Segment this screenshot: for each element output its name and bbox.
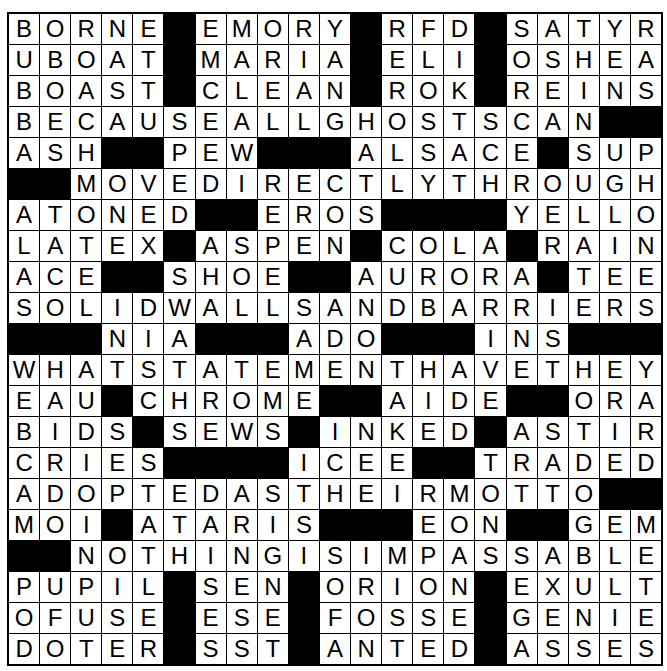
letter-cell-r20-c1[interactable]: O (9, 603, 39, 633)
letter-cell-r7-c21[interactable]: O (631, 200, 661, 230)
letter-cell-r3-c1[interactable]: B (9, 76, 39, 106)
letter-cell-r19-c14[interactable]: O (413, 572, 443, 602)
letter-cell-r1-c1[interactable]: B (9, 14, 39, 44)
letter-cell-r10-c7[interactable]: A (196, 293, 226, 323)
letter-cell-r12-c9[interactable]: E (258, 355, 288, 385)
letter-cell-r15-c5[interactable]: S (133, 448, 163, 478)
letter-cell-r19-c21[interactable]: T (631, 572, 661, 602)
letter-cell-r1-c19[interactable]: T (569, 14, 599, 44)
letter-cell-r8-c9[interactable]: P (258, 231, 288, 261)
letter-cell-r2-c8[interactable]: A (227, 45, 257, 75)
letter-cell-r6-c8[interactable]: I (227, 169, 257, 199)
letter-cell-r3-c20[interactable]: N (600, 76, 630, 106)
letter-cell-r21-c18[interactable]: S (538, 634, 568, 664)
letter-cell-r14-c17[interactable]: A (507, 417, 537, 447)
letter-cell-r19-c8[interactable]: E (227, 572, 257, 602)
letter-cell-r4-c1[interactable]: B (9, 107, 39, 137)
letter-cell-r11-c18[interactable]: S (538, 324, 568, 354)
letter-cell-r1-c11[interactable]: Y (320, 14, 350, 44)
letter-cell-r6-c10[interactable]: E (289, 169, 319, 199)
letter-cell-r13-c19[interactable]: O (569, 386, 599, 416)
letter-cell-r5-c20[interactable]: U (600, 138, 630, 168)
letter-cell-r8-c1[interactable]: L (9, 231, 39, 261)
letter-cell-r2-c21[interactable]: A (631, 45, 661, 75)
letter-cell-r10-c1[interactable]: S (9, 293, 39, 323)
letter-cell-r15-c13[interactable]: E (382, 448, 412, 478)
letter-cell-r9-c17[interactable]: A (507, 262, 537, 292)
letter-cell-r1-c17[interactable]: S (507, 14, 537, 44)
letter-cell-r4-c10[interactable]: L (289, 107, 319, 137)
letter-cell-r5-c13[interactable]: L (382, 138, 412, 168)
letter-cell-r11-c17[interactable]: N (507, 324, 537, 354)
letter-cell-r5-c2[interactable]: S (40, 138, 70, 168)
letter-cell-r4-c14[interactable]: S (413, 107, 443, 137)
letter-cell-r21-c14[interactable]: E (413, 634, 443, 664)
letter-cell-r11-c4[interactable]: N (102, 324, 132, 354)
letter-cell-r2-c14[interactable]: L (413, 45, 443, 75)
letter-cell-r7-c10[interactable]: R (289, 200, 319, 230)
letter-cell-r15-c12[interactable]: E (351, 448, 381, 478)
letter-cell-r3-c19[interactable]: I (569, 76, 599, 106)
letter-cell-r14-c15[interactable]: D (444, 417, 474, 447)
letter-cell-r19-c12[interactable]: R (351, 572, 381, 602)
letter-cell-r13-c15[interactable]: D (444, 386, 474, 416)
letter-cell-r14-c2[interactable]: I (40, 417, 70, 447)
letter-cell-r11-c12[interactable]: O (351, 324, 381, 354)
letter-cell-r18-c20[interactable]: L (600, 541, 630, 571)
letter-cell-r9-c8[interactable]: O (227, 262, 257, 292)
letter-cell-r13-c7[interactable]: R (196, 386, 226, 416)
letter-cell-r20-c11[interactable]: F (320, 603, 350, 633)
letter-cell-r21-c4[interactable]: E (102, 634, 132, 664)
letter-cell-r18-c14[interactable]: P (413, 541, 443, 571)
letter-cell-r18-c15[interactable]: A (444, 541, 474, 571)
letter-cell-r6-c20[interactable]: G (600, 169, 630, 199)
letter-cell-r16-c4[interactable]: P (102, 479, 132, 509)
letter-cell-r2-c20[interactable]: E (600, 45, 630, 75)
letter-cell-r3-c2[interactable]: O (40, 76, 70, 106)
letter-cell-r5-c15[interactable]: A (444, 138, 474, 168)
letter-cell-r3-c3[interactable]: A (71, 76, 101, 106)
letter-cell-r13-c2[interactable]: A (40, 386, 70, 416)
letter-cell-r20-c2[interactable]: F (40, 603, 70, 633)
letter-cell-r1-c13[interactable]: R (382, 14, 412, 44)
letter-cell-r15-c19[interactable]: D (569, 448, 599, 478)
letter-cell-r12-c21[interactable]: Y (631, 355, 661, 385)
letter-cell-r1-c7[interactable]: E (196, 14, 226, 44)
letter-cell-r21-c7[interactable]: S (196, 634, 226, 664)
letter-cell-r20-c14[interactable]: S (413, 603, 443, 633)
letter-cell-r5-c19[interactable]: S (569, 138, 599, 168)
letter-cell-r16-c8[interactable]: A (227, 479, 257, 509)
letter-cell-r8-c19[interactable]: A (569, 231, 599, 261)
letter-cell-r17-c6[interactable]: T (164, 510, 194, 540)
letter-cell-r14-c19[interactable]: T (569, 417, 599, 447)
letter-cell-r10-c8[interactable]: L (227, 293, 257, 323)
letter-cell-r16-c14[interactable]: R (413, 479, 443, 509)
letter-cell-r4-c13[interactable]: O (382, 107, 412, 137)
letter-cell-r20-c8[interactable]: S (227, 603, 257, 633)
letter-cell-r15-c2[interactable]: R (40, 448, 70, 478)
letter-cell-r12-c14[interactable]: H (413, 355, 443, 385)
letter-cell-r7-c5[interactable]: E (133, 200, 163, 230)
letter-cell-r6-c3[interactable]: M (71, 169, 101, 199)
letter-cell-r19-c9[interactable]: N (258, 572, 288, 602)
letter-cell-r7-c3[interactable]: O (71, 200, 101, 230)
letter-cell-r17-c21[interactable]: M (631, 510, 661, 540)
letter-cell-r9-c19[interactable]: T (569, 262, 599, 292)
letter-cell-r4-c7[interactable]: E (196, 107, 226, 137)
letter-cell-r10-c3[interactable]: L (71, 293, 101, 323)
letter-cell-r12-c3[interactable]: A (71, 355, 101, 385)
letter-cell-r7-c11[interactable]: O (320, 200, 350, 230)
letter-cell-r8-c18[interactable]: R (538, 231, 568, 261)
letter-cell-r8-c2[interactable]: A (40, 231, 70, 261)
letter-cell-r7-c6[interactable]: D (164, 200, 194, 230)
letter-cell-r18-c11[interactable]: S (320, 541, 350, 571)
letter-cell-r3-c9[interactable]: E (258, 76, 288, 106)
letter-cell-r18-c16[interactable]: S (475, 541, 505, 571)
letter-cell-r20-c13[interactable]: S (382, 603, 412, 633)
letter-cell-r8-c16[interactable]: A (475, 231, 505, 261)
letter-cell-r13-c14[interactable]: I (413, 386, 443, 416)
letter-cell-r17-c3[interactable]: I (71, 510, 101, 540)
letter-cell-r16-c16[interactable]: O (475, 479, 505, 509)
letter-cell-r13-c21[interactable]: A (631, 386, 661, 416)
letter-cell-r21-c17[interactable]: A (507, 634, 537, 664)
letter-cell-r14-c9[interactable]: S (258, 417, 288, 447)
letter-cell-r2-c5[interactable]: T (133, 45, 163, 75)
letter-cell-r4-c8[interactable]: A (227, 107, 257, 137)
letter-cell-r1-c4[interactable]: N (102, 14, 132, 44)
letter-cell-r7-c20[interactable]: L (600, 200, 630, 230)
letter-cell-r16-c17[interactable]: T (507, 479, 537, 509)
letter-cell-r16-c5[interactable]: T (133, 479, 163, 509)
letter-cell-r8-c14[interactable]: O (413, 231, 443, 261)
letter-cell-r5-c16[interactable]: C (475, 138, 505, 168)
letter-cell-r1-c10[interactable]: R (289, 14, 319, 44)
letter-cell-r8-c7[interactable]: A (196, 231, 226, 261)
letter-cell-r13-c20[interactable]: R (600, 386, 630, 416)
letter-cell-r17-c9[interactable]: I (258, 510, 288, 540)
letter-cell-r21-c21[interactable]: S (631, 634, 661, 664)
letter-cell-r6-c11[interactable]: C (320, 169, 350, 199)
letter-cell-r9-c12[interactable]: A (351, 262, 381, 292)
letter-cell-r19-c1[interactable]: P (9, 572, 39, 602)
letter-cell-r4-c3[interactable]: C (71, 107, 101, 137)
letter-cell-r20-c18[interactable]: E (538, 603, 568, 633)
letter-cell-r16-c6[interactable]: E (164, 479, 194, 509)
letter-cell-r3-c4[interactable]: S (102, 76, 132, 106)
letter-cell-r7-c4[interactable]: N (102, 200, 132, 230)
letter-cell-r3-c17[interactable]: R (507, 76, 537, 106)
letter-cell-r7-c1[interactable]: A (9, 200, 39, 230)
letter-cell-r3-c18[interactable]: E (538, 76, 568, 106)
letter-cell-r5-c3[interactable]: H (71, 138, 101, 168)
letter-cell-r9-c16[interactable]: R (475, 262, 505, 292)
letter-cell-r20-c3[interactable]: U (71, 603, 101, 633)
letter-cell-r12-c11[interactable]: E (320, 355, 350, 385)
letter-cell-r12-c15[interactable]: A (444, 355, 474, 385)
letter-cell-r20-c17[interactable]: G (507, 603, 537, 633)
letter-cell-r8-c20[interactable]: I (600, 231, 630, 261)
letter-cell-r10-c11[interactable]: A (320, 293, 350, 323)
letter-cell-r17-c1[interactable]: M (9, 510, 39, 540)
letter-cell-r3-c5[interactable]: T (133, 76, 163, 106)
letter-cell-r17-c16[interactable]: N (475, 510, 505, 540)
letter-cell-r8-c13[interactable]: C (382, 231, 412, 261)
letter-cell-r16-c2[interactable]: D (40, 479, 70, 509)
letter-cell-r19-c4[interactable]: I (102, 572, 132, 602)
letter-cell-r18-c18[interactable]: A (538, 541, 568, 571)
letter-cell-r4-c15[interactable]: T (444, 107, 474, 137)
letter-cell-r19-c17[interactable]: E (507, 572, 537, 602)
letter-cell-r20-c21[interactable]: E (631, 603, 661, 633)
letter-cell-r19-c3[interactable]: P (71, 572, 101, 602)
letter-cell-r6-c15[interactable]: T (444, 169, 474, 199)
letter-cell-r12-c17[interactable]: E (507, 355, 537, 385)
letter-cell-r6-c17[interactable]: R (507, 169, 537, 199)
letter-cell-r9-c15[interactable]: O (444, 262, 474, 292)
letter-cell-r5-c12[interactable]: A (351, 138, 381, 168)
letter-cell-r8-c21[interactable]: N (631, 231, 661, 261)
letter-cell-r18-c7[interactable]: I (196, 541, 226, 571)
letter-cell-r5-c6[interactable]: P (164, 138, 194, 168)
letter-cell-r4-c4[interactable]: A (102, 107, 132, 137)
letter-cell-r10-c9[interactable]: L (258, 293, 288, 323)
letter-cell-r19-c7[interactable]: S (196, 572, 226, 602)
letter-cell-r6-c18[interactable]: O (538, 169, 568, 199)
letter-cell-r3-c8[interactable]: L (227, 76, 257, 106)
letter-cell-r15-c1[interactable]: C (9, 448, 39, 478)
letter-cell-r16-c11[interactable]: H (320, 479, 350, 509)
letter-cell-r18-c9[interactable]: G (258, 541, 288, 571)
letter-cell-r9-c7[interactable]: H (196, 262, 226, 292)
letter-cell-r10-c6[interactable]: W (164, 293, 194, 323)
letter-cell-r10-c20[interactable]: R (600, 293, 630, 323)
letter-cell-r14-c8[interactable]: W (227, 417, 257, 447)
letter-cell-r7-c2[interactable]: T (40, 200, 70, 230)
letter-cell-r13-c3[interactable]: U (71, 386, 101, 416)
letter-cell-r16-c15[interactable]: M (444, 479, 474, 509)
letter-cell-r9-c20[interactable]: E (600, 262, 630, 292)
letter-cell-r21-c19[interactable]: S (569, 634, 599, 664)
letter-cell-r17-c5[interactable]: A (133, 510, 163, 540)
letter-cell-r2-c13[interactable]: E (382, 45, 412, 75)
letter-cell-r12-c18[interactable]: T (538, 355, 568, 385)
letter-cell-r11-c5[interactable]: I (133, 324, 163, 354)
letter-cell-r4-c18[interactable]: A (538, 107, 568, 137)
letter-cell-r8-c4[interactable]: E (102, 231, 132, 261)
letter-cell-r20-c12[interactable]: O (351, 603, 381, 633)
letter-cell-r7-c18[interactable]: E (538, 200, 568, 230)
letter-cell-r10-c13[interactable]: D (382, 293, 412, 323)
letter-cell-r11-c10[interactable]: A (289, 324, 319, 354)
letter-cell-r9-c21[interactable]: E (631, 262, 661, 292)
letter-cell-r3-c15[interactable]: K (444, 76, 474, 106)
letter-cell-r7-c19[interactable]: L (569, 200, 599, 230)
letter-cell-r21-c8[interactable]: S (227, 634, 257, 664)
letter-cell-r19-c15[interactable]: N (444, 572, 474, 602)
letter-cell-r21-c15[interactable]: D (444, 634, 474, 664)
letter-cell-r5-c17[interactable]: E (507, 138, 537, 168)
letter-cell-r12-c20[interactable]: E (600, 355, 630, 385)
letter-cell-r10-c16[interactable]: R (475, 293, 505, 323)
letter-cell-r18-c4[interactable]: O (102, 541, 132, 571)
letter-cell-r14-c11[interactable]: I (320, 417, 350, 447)
letter-cell-r7-c9[interactable]: E (258, 200, 288, 230)
letter-cell-r6-c16[interactable]: H (475, 169, 505, 199)
letter-cell-r21-c20[interactable]: E (600, 634, 630, 664)
letter-cell-r2-c9[interactable]: R (258, 45, 288, 75)
letter-cell-r14-c1[interactable]: B (9, 417, 39, 447)
letter-cell-r12-c10[interactable]: M (289, 355, 319, 385)
letter-cell-r8-c3[interactable]: T (71, 231, 101, 261)
letter-cell-r4-c12[interactable]: H (351, 107, 381, 137)
letter-cell-r9-c2[interactable]: C (40, 262, 70, 292)
letter-cell-r20-c5[interactable]: E (133, 603, 163, 633)
letter-cell-r12-c7[interactable]: A (196, 355, 226, 385)
letter-cell-r17-c15[interactable]: O (444, 510, 474, 540)
letter-cell-r16-c18[interactable]: T (538, 479, 568, 509)
letter-cell-r6-c19[interactable]: U (569, 169, 599, 199)
letter-cell-r6-c6[interactable]: E (164, 169, 194, 199)
letter-cell-r15-c20[interactable]: E (600, 448, 630, 478)
letter-cell-r20-c20[interactable]: I (600, 603, 630, 633)
letter-cell-r2-c15[interactable]: I (444, 45, 474, 75)
letter-cell-r16-c1[interactable]: A (9, 479, 39, 509)
letter-cell-r2-c17[interactable]: O (507, 45, 537, 75)
letter-cell-r6-c14[interactable]: Y (413, 169, 443, 199)
letter-cell-r14-c3[interactable]: D (71, 417, 101, 447)
letter-cell-r2-c11[interactable]: A (320, 45, 350, 75)
letter-cell-r20-c15[interactable]: E (444, 603, 474, 633)
letter-cell-r8-c11[interactable]: N (320, 231, 350, 261)
letter-cell-r4-c6[interactable]: S (164, 107, 194, 137)
letter-cell-r16-c10[interactable]: T (289, 479, 319, 509)
letter-cell-r12-c4[interactable]: T (102, 355, 132, 385)
letter-cell-r21-c9[interactable]: T (258, 634, 288, 664)
letter-cell-r9-c9[interactable]: E (258, 262, 288, 292)
letter-cell-r19-c2[interactable]: U (40, 572, 70, 602)
letter-cell-r1-c18[interactable]: A (538, 14, 568, 44)
letter-cell-r21-c12[interactable]: N (351, 634, 381, 664)
letter-cell-r17-c7[interactable]: A (196, 510, 226, 540)
letter-cell-r6-c7[interactable]: D (196, 169, 226, 199)
letter-cell-r2-c3[interactable]: O (71, 45, 101, 75)
letter-cell-r20-c4[interactable]: S (102, 603, 132, 633)
letter-cell-r2-c4[interactable]: A (102, 45, 132, 75)
letter-cell-r6-c12[interactable]: T (351, 169, 381, 199)
letter-cell-r5-c14[interactable]: S (413, 138, 443, 168)
letter-cell-r2-c18[interactable]: S (538, 45, 568, 75)
letter-cell-r13-c6[interactable]: H (164, 386, 194, 416)
letter-cell-r11-c16[interactable]: I (475, 324, 505, 354)
letter-cell-r12-c16[interactable]: V (475, 355, 505, 385)
letter-cell-r3-c14[interactable]: O (413, 76, 443, 106)
letter-cell-r20-c9[interactable]: E (258, 603, 288, 633)
letter-cell-r14-c21[interactable]: R (631, 417, 661, 447)
letter-cell-r8-c10[interactable]: E (289, 231, 319, 261)
letter-cell-r6-c21[interactable]: H (631, 169, 661, 199)
letter-cell-r12-c2[interactable]: H (40, 355, 70, 385)
letter-cell-r1-c9[interactable]: O (258, 14, 288, 44)
letter-cell-r13-c13[interactable]: A (382, 386, 412, 416)
letter-cell-r11-c11[interactable]: D (320, 324, 350, 354)
letter-cell-r16-c12[interactable]: E (351, 479, 381, 509)
letter-cell-r13-c10[interactable]: E (289, 386, 319, 416)
letter-cell-r4-c19[interactable]: N (569, 107, 599, 137)
letter-cell-r3-c21[interactable]: S (631, 76, 661, 106)
letter-cell-r10-c21[interactable]: S (631, 293, 661, 323)
letter-cell-r1-c3[interactable]: R (71, 14, 101, 44)
letter-cell-r6-c4[interactable]: O (102, 169, 132, 199)
letter-cell-r6-c5[interactable]: V (133, 169, 163, 199)
letter-cell-r5-c21[interactable]: P (631, 138, 661, 168)
letter-cell-r2-c1[interactable]: U (9, 45, 39, 75)
letter-cell-r18-c5[interactable]: T (133, 541, 163, 571)
letter-cell-r5-c1[interactable]: A (9, 138, 39, 168)
letter-cell-r4-c11[interactable]: G (320, 107, 350, 137)
letter-cell-r3-c11[interactable]: N (320, 76, 350, 106)
letter-cell-r15-c18[interactable]: A (538, 448, 568, 478)
letter-cell-r4-c9[interactable]: L (258, 107, 288, 137)
letter-cell-r8-c5[interactable]: X (133, 231, 163, 261)
letter-cell-r2-c10[interactable]: I (289, 45, 319, 75)
letter-cell-r15-c4[interactable]: E (102, 448, 132, 478)
letter-cell-r9-c1[interactable]: A (9, 262, 39, 292)
letter-cell-r10-c5[interactable]: D (133, 293, 163, 323)
letter-cell-r9-c3[interactable]: E (71, 262, 101, 292)
letter-cell-r13-c9[interactable]: M (258, 386, 288, 416)
letter-cell-r20-c7[interactable]: E (196, 603, 226, 633)
letter-cell-r14-c4[interactable]: S (102, 417, 132, 447)
letter-cell-r19-c19[interactable]: U (569, 572, 599, 602)
letter-cell-r17-c8[interactable]: R (227, 510, 257, 540)
letter-cell-r19-c18[interactable]: X (538, 572, 568, 602)
letter-cell-r12-c19[interactable]: H (569, 355, 599, 385)
letter-cell-r18-c8[interactable]: N (227, 541, 257, 571)
letter-cell-r21-c3[interactable]: T (71, 634, 101, 664)
letter-cell-r9-c13[interactable]: U (382, 262, 412, 292)
letter-cell-r10-c17[interactable]: R (507, 293, 537, 323)
letter-cell-r18-c6[interactable]: H (164, 541, 194, 571)
letter-cell-r2-c2[interactable]: B (40, 45, 70, 75)
letter-cell-r15-c21[interactable]: D (631, 448, 661, 478)
letter-cell-r3-c13[interactable]: R (382, 76, 412, 106)
letter-cell-r12-c6[interactable]: T (164, 355, 194, 385)
letter-cell-r12-c1[interactable]: W (9, 355, 39, 385)
letter-cell-r17-c20[interactable]: E (600, 510, 630, 540)
letter-cell-r14-c13[interactable]: K (382, 417, 412, 447)
letter-cell-r13-c16[interactable]: E (475, 386, 505, 416)
letter-cell-r16-c13[interactable]: I (382, 479, 412, 509)
letter-cell-r17-c14[interactable]: E (413, 510, 443, 540)
letter-cell-r2-c7[interactable]: M (196, 45, 226, 75)
letter-cell-r18-c3[interactable]: N (71, 541, 101, 571)
letter-cell-r21-c2[interactable]: O (40, 634, 70, 664)
letter-cell-r4-c16[interactable]: S (475, 107, 505, 137)
letter-cell-r15-c16[interactable]: T (475, 448, 505, 478)
letter-cell-r13-c8[interactable]: O (227, 386, 257, 416)
letter-cell-r16-c3[interactable]: O (71, 479, 101, 509)
letter-cell-r10-c15[interactable]: A (444, 293, 474, 323)
letter-cell-r1-c21[interactable]: R (631, 14, 661, 44)
letter-cell-r4-c2[interactable]: E (40, 107, 70, 137)
letter-cell-r17-c2[interactable]: O (40, 510, 70, 540)
letter-cell-r4-c5[interactable]: U (133, 107, 163, 137)
letter-cell-r10-c18[interactable]: I (538, 293, 568, 323)
